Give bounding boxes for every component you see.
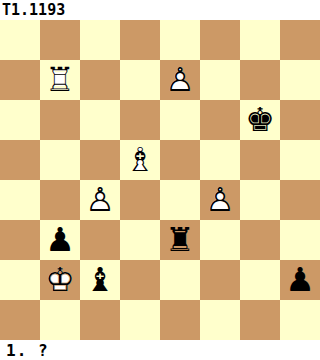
- square-b6[interactable]: [40, 100, 80, 140]
- square-c2[interactable]: ♝: [80, 260, 120, 300]
- white-pawn[interactable]: ♙: [160, 60, 200, 100]
- square-g3[interactable]: [240, 220, 280, 260]
- square-d5[interactable]: ♝♗: [120, 140, 160, 180]
- black-rook[interactable]: ♜: [160, 220, 200, 260]
- square-c3[interactable]: [80, 220, 120, 260]
- square-a1[interactable]: [0, 300, 40, 340]
- square-h7[interactable]: [280, 60, 320, 100]
- square-a7[interactable]: [0, 60, 40, 100]
- square-a8[interactable]: [0, 20, 40, 60]
- square-c6[interactable]: [80, 100, 120, 140]
- square-g8[interactable]: [240, 20, 280, 60]
- square-h4[interactable]: [280, 180, 320, 220]
- square-c1[interactable]: [80, 300, 120, 340]
- square-a5[interactable]: [0, 140, 40, 180]
- white-pawn[interactable]: ♙: [80, 180, 120, 220]
- move-prompt: 1. ?: [0, 340, 320, 360]
- square-d6[interactable]: [120, 100, 160, 140]
- square-b7[interactable]: ♜♖: [40, 60, 80, 100]
- square-d3[interactable]: [120, 220, 160, 260]
- square-f3[interactable]: [200, 220, 240, 260]
- black-bishop[interactable]: ♝: [80, 260, 120, 300]
- square-h1[interactable]: [280, 300, 320, 340]
- white-rook[interactable]: ♖: [40, 60, 80, 100]
- chess-puzzle-page: T1.1193 ♜♖♟♙♚♝♗♟♙♟♙♟♜♚♔♝♟ 1. ?: [0, 0, 320, 360]
- white-pawn[interactable]: ♙: [200, 180, 240, 220]
- square-e1[interactable]: [160, 300, 200, 340]
- square-h2[interactable]: ♟: [280, 260, 320, 300]
- square-h6[interactable]: [280, 100, 320, 140]
- square-e2[interactable]: [160, 260, 200, 300]
- square-b5[interactable]: [40, 140, 80, 180]
- square-h3[interactable]: [280, 220, 320, 260]
- square-a4[interactable]: [0, 180, 40, 220]
- puzzle-title: T1.1193: [0, 0, 320, 20]
- square-b1[interactable]: [40, 300, 80, 340]
- square-b2[interactable]: ♚♔: [40, 260, 80, 300]
- square-e4[interactable]: [160, 180, 200, 220]
- square-d8[interactable]: [120, 20, 160, 60]
- square-e7[interactable]: ♟♙: [160, 60, 200, 100]
- square-a3[interactable]: [0, 220, 40, 260]
- square-d7[interactable]: [120, 60, 160, 100]
- square-g2[interactable]: [240, 260, 280, 300]
- square-a2[interactable]: [0, 260, 40, 300]
- square-d1[interactable]: [120, 300, 160, 340]
- square-c5[interactable]: [80, 140, 120, 180]
- chess-board: ♜♖♟♙♚♝♗♟♙♟♙♟♜♚♔♝♟: [0, 20, 320, 340]
- square-d4[interactable]: [120, 180, 160, 220]
- square-e5[interactable]: [160, 140, 200, 180]
- white-bishop[interactable]: ♗: [120, 140, 160, 180]
- square-g4[interactable]: [240, 180, 280, 220]
- square-b8[interactable]: [40, 20, 80, 60]
- square-f7[interactable]: [200, 60, 240, 100]
- square-f4[interactable]: ♟♙: [200, 180, 240, 220]
- square-e6[interactable]: [160, 100, 200, 140]
- square-e8[interactable]: [160, 20, 200, 60]
- square-c4[interactable]: ♟♙: [80, 180, 120, 220]
- square-g1[interactable]: [240, 300, 280, 340]
- square-g6[interactable]: ♚: [240, 100, 280, 140]
- square-d2[interactable]: [120, 260, 160, 300]
- square-f8[interactable]: [200, 20, 240, 60]
- square-f5[interactable]: [200, 140, 240, 180]
- square-h5[interactable]: [280, 140, 320, 180]
- square-g7[interactable]: [240, 60, 280, 100]
- square-g5[interactable]: [240, 140, 280, 180]
- black-pawn[interactable]: ♟: [40, 220, 80, 260]
- square-h8[interactable]: [280, 20, 320, 60]
- black-king[interactable]: ♚: [240, 100, 280, 140]
- square-f1[interactable]: [200, 300, 240, 340]
- black-pawn[interactable]: ♟: [280, 260, 320, 300]
- square-c8[interactable]: [80, 20, 120, 60]
- square-e3[interactable]: ♜: [160, 220, 200, 260]
- square-b3[interactable]: ♟: [40, 220, 80, 260]
- square-c7[interactable]: [80, 60, 120, 100]
- square-a6[interactable]: [0, 100, 40, 140]
- square-f6[interactable]: [200, 100, 240, 140]
- square-b4[interactable]: [40, 180, 80, 220]
- square-f2[interactable]: [200, 260, 240, 300]
- white-king[interactable]: ♔: [40, 260, 80, 300]
